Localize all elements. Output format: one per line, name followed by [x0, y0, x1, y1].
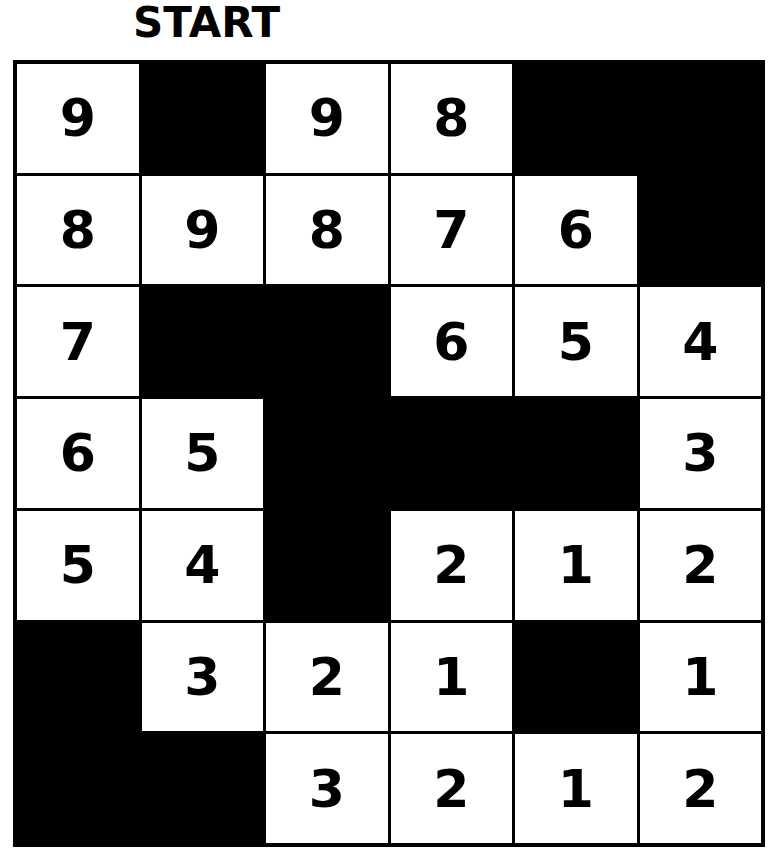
- maze-cell-r4c1: 6: [17, 399, 139, 508]
- wall-cell-r5c3: [266, 511, 388, 620]
- maze-cell-r2c3: 8: [266, 176, 388, 285]
- maze-cell-r7c3: 3: [266, 734, 388, 843]
- maze-cell-r6c4: 1: [391, 623, 513, 732]
- wall-cell-r3c3: [266, 287, 388, 396]
- page: START 9988987676546535421232113212: [0, 0, 778, 863]
- maze-cell-r2c5: 6: [515, 176, 637, 285]
- maze-cell-r6c2: 3: [142, 623, 264, 732]
- maze-cell-r5c6: 2: [640, 511, 762, 620]
- wall-cell-r3c2: [142, 287, 264, 396]
- maze-cell-r5c5: 1: [515, 511, 637, 620]
- maze-cell-r3c5: 5: [515, 287, 637, 396]
- maze-cell-r2c4: 7: [391, 176, 513, 285]
- maze-board: 9988987676546535421232113212: [13, 60, 765, 847]
- wall-cell-r7c1: [17, 734, 139, 843]
- maze-cell-r3c1: 7: [17, 287, 139, 396]
- wall-cell-r1c2: [142, 64, 264, 173]
- wall-cell-r4c5: [515, 399, 637, 508]
- maze-cell-r3c4: 6: [391, 287, 513, 396]
- maze-cell-r5c1: 5: [17, 511, 139, 620]
- wall-cell-r4c3: [266, 399, 388, 508]
- start-label: START: [133, 2, 280, 44]
- maze-cell-r6c3: 2: [266, 623, 388, 732]
- maze-cell-r7c4: 2: [391, 734, 513, 843]
- maze-cell-r1c3: 9: [266, 64, 388, 173]
- maze-cell-r3c6: 4: [640, 287, 762, 396]
- maze-cell-r4c6: 3: [640, 399, 762, 508]
- wall-cell-r1c5: [515, 64, 637, 173]
- maze-cell-r7c6: 2: [640, 734, 762, 843]
- wall-cell-r2c6: [640, 176, 762, 285]
- wall-cell-r1c6: [640, 64, 762, 173]
- wall-cell-r6c5: [515, 623, 637, 732]
- maze-cell-r7c5: 1: [515, 734, 637, 843]
- maze-cell-r2c1: 8: [17, 176, 139, 285]
- wall-cell-r4c4: [391, 399, 513, 508]
- maze-cell-r1c1: 9: [17, 64, 139, 173]
- maze-cell-r5c4: 2: [391, 511, 513, 620]
- maze-cell-r1c4: 8: [391, 64, 513, 173]
- maze-cell-r6c6: 1: [640, 623, 762, 732]
- maze-cell-r2c2: 9: [142, 176, 264, 285]
- wall-cell-r6c1: [17, 623, 139, 732]
- maze-cell-r4c2: 5: [142, 399, 264, 508]
- wall-cell-r7c2: [142, 734, 264, 843]
- maze-cell-r5c2: 4: [142, 511, 264, 620]
